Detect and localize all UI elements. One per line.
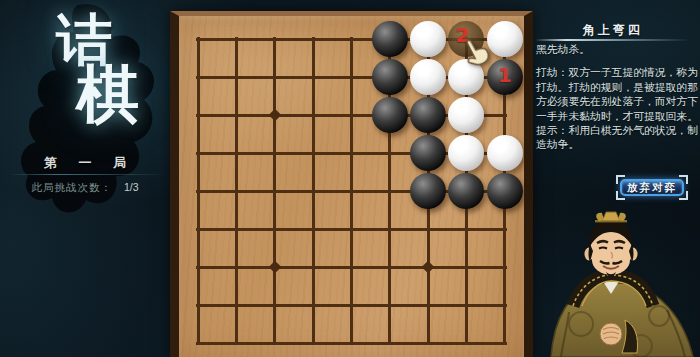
npc-character-portrait <box>545 210 700 357</box>
black-stone <box>372 21 408 57</box>
white-stone <box>410 59 446 95</box>
puzzle-description: 黑先劫杀。 打劫：双方一子互提的情况，称为打劫。打劫的规则，是被提取的那方必须要… <box>536 42 698 152</box>
ko-rule-text: 打劫：双方一子互提的情况，称为打劫。打劫的规则，是被提取的那方必须要先在别处落子… <box>536 65 698 123</box>
puzzle-title: 角上弯四 <box>533 22 693 39</box>
black-stone <box>410 97 446 133</box>
resign-button-label: 放弃对弈 <box>627 181 677 195</box>
black-stone <box>410 135 446 171</box>
grid-line-horizontal <box>196 342 506 345</box>
left-panel-divider <box>12 174 162 175</box>
button-corner-bracket <box>679 191 688 200</box>
white-stone <box>487 135 523 171</box>
button-corner-bracket <box>616 191 625 200</box>
white-stone <box>448 97 484 133</box>
button-corner-bracket <box>616 175 625 184</box>
grid-line-horizontal <box>196 304 506 307</box>
hint-text: 提示：利用白棋无外气的状况，制造劫争。 <box>536 123 698 152</box>
round-label: 第 一 局 <box>0 154 170 172</box>
grid-line-horizontal <box>196 228 506 231</box>
button-corner-bracket <box>679 175 688 184</box>
attempts-label: 此局挑战次数： <box>31 181 112 195</box>
grid-line-horizontal <box>196 266 506 269</box>
title-underline <box>536 39 688 41</box>
move-number-label: 1 <box>498 63 512 87</box>
left-panel: 诘 棋 第 一 局 此局挑战次数： 1/3 <box>0 0 170 357</box>
attempts-value: 1/3 <box>124 181 139 195</box>
calligraphy-char: 棋 <box>76 64 170 127</box>
white-stone <box>448 135 484 171</box>
puzzle-objective: 黑先劫杀。 <box>536 42 698 56</box>
black-stone <box>372 59 408 95</box>
star-point <box>422 261 435 274</box>
star-point <box>269 261 282 274</box>
resign-game-button[interactable]: 放弃对弈 <box>620 179 684 196</box>
puzzle-mode-calligraphy-title: 诘 棋 <box>0 12 170 127</box>
black-stone <box>448 173 484 209</box>
white-stone <box>410 21 446 57</box>
star-point <box>269 109 282 122</box>
attempts-row: 此局挑战次数： 1/3 <box>0 181 170 195</box>
black-stone <box>372 97 408 133</box>
black-stone <box>487 173 523 209</box>
black-stone <box>410 173 446 209</box>
go-puzzle-screen: 诘 棋 第 一 局 此局挑战次数： 1/3 12 角上弯四 黑先劫杀。 打劫：双… <box>0 0 700 357</box>
